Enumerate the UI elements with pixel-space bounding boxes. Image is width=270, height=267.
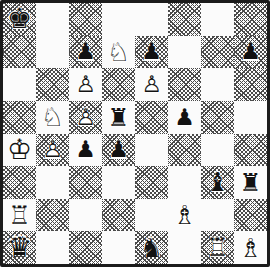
square-e7[interactable]: ♟♟ <box>135 36 168 69</box>
square-e2[interactable] <box>135 199 168 232</box>
piece-glyph: ♖ <box>201 231 234 264</box>
square-f6[interactable] <box>168 68 201 101</box>
piece-glyph: ♘ <box>36 101 69 134</box>
black-pawn-piece: ♟♟ <box>135 36 168 69</box>
white-bishop-piece: ♝♗ <box>168 199 201 232</box>
square-c7[interactable]: ♟♟ <box>69 36 102 69</box>
white-rook-piece: ♜♖ <box>3 199 36 232</box>
piece-glyph: ♘ <box>102 36 135 69</box>
square-d5[interactable]: ♜♜ <box>102 101 135 134</box>
square-d1[interactable] <box>102 231 135 264</box>
chess-board-frame: ♚♚♟♟♞♘♟♟♟♟♟♙♟♙♞♘♟♙♜♜♟♟♚♔♟♙♟♟♟♟♝♝♜♜♜♖♝♗♛♛… <box>0 0 270 267</box>
square-a6[interactable] <box>3 68 36 101</box>
square-e6[interactable]: ♟♙ <box>135 68 168 101</box>
piece-glyph: ♙ <box>69 68 102 101</box>
square-b7[interactable] <box>36 36 69 69</box>
white-bishop-piece: ♝♗ <box>234 231 267 264</box>
piece-glyph: ♙ <box>36 134 69 167</box>
black-rook-piece: ♜♜ <box>102 101 135 134</box>
square-g1[interactable]: ♜♖ <box>201 231 234 264</box>
square-b4[interactable]: ♟♙ <box>36 134 69 167</box>
white-king-piece: ♚♔ <box>3 134 36 167</box>
square-f2[interactable]: ♝♗ <box>168 199 201 232</box>
square-b3[interactable] <box>36 166 69 199</box>
square-g2[interactable] <box>201 199 234 232</box>
piece-glyph: ♟ <box>69 134 102 167</box>
square-f1[interactable] <box>168 231 201 264</box>
square-c4[interactable]: ♟♟ <box>69 134 102 167</box>
black-pawn-piece: ♟♟ <box>234 36 267 69</box>
square-f7[interactable] <box>168 36 201 69</box>
square-h2[interactable] <box>234 199 267 232</box>
black-knight-piece: ♞♞ <box>135 231 168 264</box>
piece-glyph: ♙ <box>135 68 168 101</box>
square-a3[interactable] <box>3 166 36 199</box>
square-h4[interactable] <box>234 134 267 167</box>
square-h6[interactable] <box>234 68 267 101</box>
piece-glyph: ♖ <box>3 199 36 232</box>
square-f3[interactable] <box>168 166 201 199</box>
square-d2[interactable] <box>102 199 135 232</box>
piece-glyph: ♛ <box>3 231 36 264</box>
white-pawn-piece: ♟♙ <box>69 68 102 101</box>
square-e4[interactable] <box>135 134 168 167</box>
black-king-piece: ♚♚ <box>3 3 36 36</box>
square-g3[interactable]: ♝♝ <box>201 166 234 199</box>
square-c3[interactable] <box>69 166 102 199</box>
piece-glyph: ♟ <box>168 101 201 134</box>
square-h1[interactable]: ♝♗ <box>234 231 267 264</box>
piece-glyph: ♗ <box>234 231 267 264</box>
square-d6[interactable] <box>102 68 135 101</box>
piece-glyph: ♜ <box>102 101 135 134</box>
black-pawn-piece: ♟♟ <box>168 101 201 134</box>
piece-glyph: ♗ <box>168 199 201 232</box>
square-g4[interactable] <box>201 134 234 167</box>
square-f5[interactable]: ♟♟ <box>168 101 201 134</box>
piece-glyph: ♚ <box>3 3 36 36</box>
square-d7[interactable]: ♞♘ <box>102 36 135 69</box>
square-a4[interactable]: ♚♔ <box>3 134 36 167</box>
square-a1[interactable]: ♛♛ <box>3 231 36 264</box>
square-c2[interactable] <box>69 199 102 232</box>
piece-glyph: ♟ <box>234 36 267 69</box>
white-pawn-piece: ♟♙ <box>69 101 102 134</box>
square-d3[interactable] <box>102 166 135 199</box>
piece-glyph: ♔ <box>3 134 36 167</box>
square-a2[interactable]: ♜♖ <box>3 199 36 232</box>
white-knight-piece: ♞♘ <box>36 101 69 134</box>
square-b1[interactable] <box>36 231 69 264</box>
square-a5[interactable] <box>3 101 36 134</box>
chess-board: ♚♚♟♟♞♘♟♟♟♟♟♙♟♙♞♘♟♙♜♜♟♟♚♔♟♙♟♟♟♟♝♝♜♜♜♖♝♗♛♛… <box>3 3 267 264</box>
piece-glyph: ♟ <box>135 36 168 69</box>
piece-glyph: ♜ <box>234 166 267 199</box>
square-g8[interactable] <box>201 3 234 36</box>
white-rook-piece: ♜♖ <box>201 231 234 264</box>
black-rook-piece: ♜♜ <box>234 166 267 199</box>
square-a7[interactable] <box>3 36 36 69</box>
piece-glyph: ♟ <box>69 36 102 69</box>
square-d8[interactable] <box>102 3 135 36</box>
white-pawn-piece: ♟♙ <box>135 68 168 101</box>
black-pawn-piece: ♟♟ <box>69 134 102 167</box>
square-f8[interactable] <box>168 3 201 36</box>
white-knight-piece: ♞♘ <box>102 36 135 69</box>
square-b8[interactable] <box>36 3 69 36</box>
square-h7[interactable]: ♟♟ <box>234 36 267 69</box>
square-a8[interactable]: ♚♚ <box>3 3 36 36</box>
square-b6[interactable] <box>36 68 69 101</box>
piece-glyph: ♝ <box>201 166 234 199</box>
white-pawn-piece: ♟♙ <box>36 134 69 167</box>
square-g6[interactable] <box>201 68 234 101</box>
piece-glyph: ♙ <box>69 101 102 134</box>
black-bishop-piece: ♝♝ <box>201 166 234 199</box>
piece-glyph: ♟ <box>102 134 135 167</box>
square-h5[interactable] <box>234 101 267 134</box>
black-pawn-piece: ♟♟ <box>102 134 135 167</box>
square-b2[interactable] <box>36 199 69 232</box>
black-pawn-piece: ♟♟ <box>69 36 102 69</box>
square-h3[interactable]: ♜♜ <box>234 166 267 199</box>
black-queen-piece: ♛♛ <box>3 231 36 264</box>
square-g5[interactable] <box>201 101 234 134</box>
square-h8[interactable] <box>234 3 267 36</box>
square-e1[interactable]: ♞♞ <box>135 231 168 264</box>
square-d4[interactable]: ♟♟ <box>102 134 135 167</box>
square-e5[interactable] <box>135 101 168 134</box>
square-c8[interactable] <box>69 3 102 36</box>
square-c6[interactable]: ♟♙ <box>69 68 102 101</box>
square-f4[interactable] <box>168 134 201 167</box>
square-g7[interactable] <box>201 36 234 69</box>
square-b5[interactable]: ♞♘ <box>36 101 69 134</box>
piece-glyph: ♞ <box>135 231 168 264</box>
square-c5[interactable]: ♟♙ <box>69 101 102 134</box>
square-e3[interactable] <box>135 166 168 199</box>
square-e8[interactable] <box>135 3 168 36</box>
square-c1[interactable] <box>69 231 102 264</box>
